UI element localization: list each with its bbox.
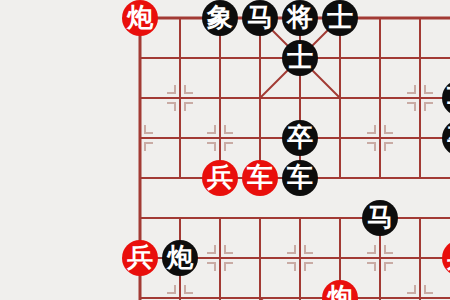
black-horse[interactable]: 马	[362, 200, 398, 236]
black-cannon[interactable]: 炮	[162, 240, 198, 276]
red-chariot[interactable]: 车	[242, 160, 278, 196]
board-grid	[0, 0, 450, 300]
black-soldier[interactable]: 卒	[282, 120, 318, 156]
black-horse[interactable]: 马	[242, 0, 278, 36]
black-chariot[interactable]: 车	[282, 160, 318, 196]
red-soldier[interactable]: 兵	[202, 160, 238, 196]
red-cannon[interactable]: 炮	[122, 0, 158, 36]
black-elephant[interactable]: 象	[202, 0, 238, 36]
xiangqi-board[interactable]: 炮象马将士士车卒卒兵车车马兵炮兵炮	[0, 0, 450, 300]
black-advisor[interactable]: 士	[282, 40, 318, 76]
red-cannon[interactable]: 炮	[322, 280, 358, 300]
black-general[interactable]: 将	[282, 0, 318, 36]
red-soldier[interactable]: 兵	[122, 240, 158, 276]
black-advisor[interactable]: 士	[322, 0, 358, 36]
